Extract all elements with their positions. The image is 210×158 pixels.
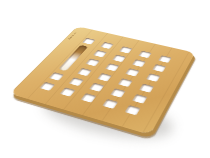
lattice-hole <box>158 55 171 63</box>
lattice-hole <box>77 68 92 76</box>
lattice-hole <box>125 68 139 76</box>
lattice-hole <box>152 64 166 72</box>
lattice-hole <box>124 105 140 115</box>
lattice-hole <box>112 54 126 62</box>
lattice-hole <box>97 73 112 82</box>
lattice-hole <box>139 83 154 92</box>
lattice-hole <box>82 37 95 44</box>
lattice-hole <box>132 94 147 104</box>
lattice-hole <box>85 58 99 66</box>
lattice-hole <box>131 59 145 67</box>
lattice-hole <box>138 50 151 57</box>
lattice-hole <box>100 42 113 49</box>
lattice-hole <box>117 78 132 87</box>
lattice-hole <box>68 77 83 86</box>
lattice-hole <box>80 93 96 103</box>
lattice-hole <box>59 87 75 96</box>
lattice-hole <box>119 46 132 53</box>
lattice-hole <box>110 88 125 97</box>
lattice-hole <box>39 82 55 91</box>
lattice-hole <box>48 72 63 81</box>
lattice-hole <box>89 83 104 92</box>
lattice-hole <box>145 73 159 82</box>
lattice-hole <box>93 50 107 57</box>
product-photo-scene: Bamboo <box>0 0 210 158</box>
lattice-hole <box>102 99 118 109</box>
lattice-hole <box>105 63 119 71</box>
